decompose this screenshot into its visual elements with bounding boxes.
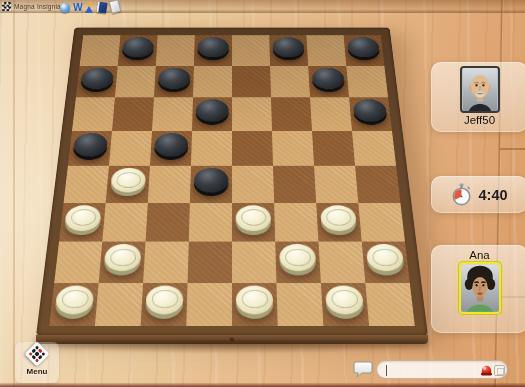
light-square — [314, 166, 358, 203]
white-piece[interactable]: ⛀ — [279, 244, 316, 271]
light-square — [54, 242, 102, 283]
black-piece[interactable]: ⛂ — [158, 68, 191, 89]
black-piece[interactable]: ⛂ — [194, 168, 229, 192]
black-piece[interactable]: ⛂ — [196, 99, 229, 121]
light-square — [115, 66, 156, 98]
word-w-icon[interactable]: W — [73, 2, 82, 13]
dark-square[interactable]: ⛂ — [269, 35, 308, 65]
light-square — [156, 35, 195, 65]
white-piece[interactable]: ⛀ — [236, 205, 272, 231]
light-square — [276, 283, 323, 326]
opponent-panel: Jeff50 — [431, 62, 525, 132]
dark-square[interactable]: ⛀ — [275, 242, 321, 283]
opponent-name: Jeff50 — [464, 114, 495, 126]
light-square — [232, 242, 276, 283]
dark-square[interactable]: ⛂ — [349, 97, 392, 130]
dark-square[interactable]: ⛂ — [194, 35, 232, 65]
black-piece[interactable]: ⛂ — [353, 99, 388, 121]
white-piece[interactable]: ⛀ — [236, 285, 274, 314]
dark-square[interactable] — [312, 131, 355, 166]
dark-square[interactable] — [188, 242, 232, 283]
dark-afro-green-shirt-avatar — [461, 264, 499, 312]
light-square — [80, 35, 121, 65]
light-square — [191, 131, 232, 166]
dark-square[interactable] — [232, 66, 271, 98]
dark-square[interactable]: ⛂ — [76, 66, 118, 98]
panel-icon[interactable] — [494, 365, 505, 376]
board-front-ornament: ❖ — [229, 336, 235, 343]
bottom-edge — [0, 383, 525, 387]
dark-square[interactable]: ⛀ — [106, 166, 150, 203]
stopwatch-icon — [451, 183, 472, 206]
light-square — [189, 203, 232, 242]
black-piece[interactable]: ⛂ — [272, 37, 304, 57]
light-square — [232, 166, 274, 203]
white-piece[interactable]: ⛀ — [104, 244, 142, 271]
self-name: Ana — [469, 249, 489, 261]
dark-square[interactable]: ⛂ — [150, 131, 192, 166]
checkerboard-icon — [2, 2, 11, 11]
book-app-icon[interactable] — [97, 1, 108, 13]
dark-square[interactable]: ⛀ — [59, 203, 106, 242]
dark-square[interactable]: ⛀ — [49, 283, 99, 326]
light-square — [152, 97, 193, 130]
app-title: Magna Insignia — [14, 2, 61, 11]
checkers-diamond-icon — [24, 341, 49, 366]
light-square — [148, 166, 191, 203]
light-square — [358, 203, 405, 242]
dark-square[interactable]: ⛂ — [190, 166, 232, 203]
text-caret — [386, 365, 387, 376]
dock-icons: W — [60, 1, 120, 13]
light-square — [274, 203, 318, 242]
dark-square[interactable]: ⛀ — [316, 203, 362, 242]
black-piece[interactable]: ⛂ — [347, 37, 380, 57]
dark-square[interactable]: ⛀ — [232, 283, 278, 326]
dark-square[interactable]: ⛀ — [232, 203, 275, 242]
light-square — [272, 131, 314, 166]
black-piece[interactable]: ⛂ — [197, 37, 228, 57]
dark-square[interactable] — [271, 97, 312, 130]
light-square — [352, 131, 396, 166]
white-piece[interactable]: ⛀ — [325, 285, 364, 314]
light-square — [64, 166, 109, 203]
checkers-board: ⛂⛂⛂⛂⛂⛂⛂⛂⛂⛂⛂⛀⛂⛀⛀⛀⛀⛀⛀⛀⛀⛀⛀ — [36, 28, 428, 336]
board-grid: ⛂⛂⛂⛂⛂⛂⛂⛂⛂⛂⛂⛀⛂⛀⛀⛀⛀⛀⛀⛀⛀⛀⛀ — [49, 35, 415, 326]
black-piece[interactable]: ⛂ — [80, 68, 114, 89]
light-square — [310, 97, 352, 130]
black-piece[interactable]: ⛂ — [73, 133, 109, 156]
white-piece[interactable]: ⛀ — [64, 205, 102, 231]
light-square — [365, 283, 415, 326]
light-square — [232, 35, 270, 65]
self-avatar-active[interactable] — [459, 262, 501, 314]
dark-square[interactable]: ⛀ — [321, 283, 369, 326]
light-square — [306, 35, 346, 65]
dark-square[interactable] — [273, 166, 316, 203]
dark-square[interactable] — [146, 203, 190, 242]
black-piece[interactable]: ⛂ — [312, 68, 345, 89]
light-square — [193, 66, 232, 98]
light-square — [102, 203, 148, 242]
globe-icon[interactable] — [60, 3, 70, 13]
white-piece[interactable]: ⛀ — [145, 285, 183, 314]
game-window: Magna Insignia W ⛂⛂⛂⛂⛂⛂⛂⛂⛂⛂⛂⛀⛂⛀⛀⛀⛀⛀⛀⛀⛀⛀⛀… — [0, 0, 525, 387]
dark-square[interactable] — [232, 131, 273, 166]
black-piece[interactable]: ⛂ — [122, 37, 154, 57]
light-square — [95, 283, 143, 326]
dark-square[interactable]: ⛂ — [344, 35, 385, 65]
person-app-icon[interactable] — [85, 2, 94, 13]
dark-square[interactable]: ⛀ — [99, 242, 146, 283]
board-front-edge: ❖ — [36, 335, 428, 344]
light-square — [346, 66, 388, 98]
self-panel: Ana — [431, 245, 525, 333]
opponent-avatar[interactable] — [460, 66, 500, 113]
dark-square[interactable]: ⛀ — [362, 242, 410, 283]
light-square — [143, 242, 189, 283]
white-piece[interactable]: ⛀ — [110, 168, 146, 192]
dark-square[interactable]: ⛂ — [192, 97, 232, 130]
white-piece[interactable]: ⛀ — [55, 285, 95, 314]
light-square — [72, 97, 115, 130]
light-square — [232, 97, 272, 130]
white-piece[interactable]: ⛀ — [366, 244, 405, 271]
dark-square[interactable]: ⛂ — [308, 66, 349, 98]
white-piece[interactable]: ⛀ — [320, 205, 357, 231]
menu-label: Menu — [27, 367, 48, 376]
timer-value: 4:40 — [478, 187, 507, 203]
light-square — [318, 242, 365, 283]
light-square — [109, 131, 152, 166]
dark-square[interactable]: ⛂ — [68, 131, 112, 166]
menu-button[interactable]: Menu — [15, 342, 59, 383]
timer-panel: 4:40 — [431, 176, 525, 213]
alarm-icon[interactable] — [480, 364, 493, 377]
speech-bubble-icon[interactable] — [353, 360, 373, 379]
chat-input[interactable] — [376, 360, 508, 379]
light-square — [186, 283, 232, 326]
floor-plank-seam — [500, 148, 525, 150]
dark-square[interactable] — [355, 166, 400, 203]
paper-app-icon[interactable] — [109, 0, 122, 14]
bald-man-goatee-avatar — [462, 68, 498, 111]
dark-square[interactable] — [112, 97, 154, 130]
floor-plank-seam — [13, 0, 15, 387]
dark-square[interactable]: ⛂ — [118, 35, 158, 65]
black-piece[interactable]: ⛂ — [154, 133, 188, 156]
dark-square[interactable]: ⛂ — [154, 66, 194, 98]
dark-square[interactable]: ⛀ — [141, 283, 188, 326]
light-square — [270, 66, 310, 98]
